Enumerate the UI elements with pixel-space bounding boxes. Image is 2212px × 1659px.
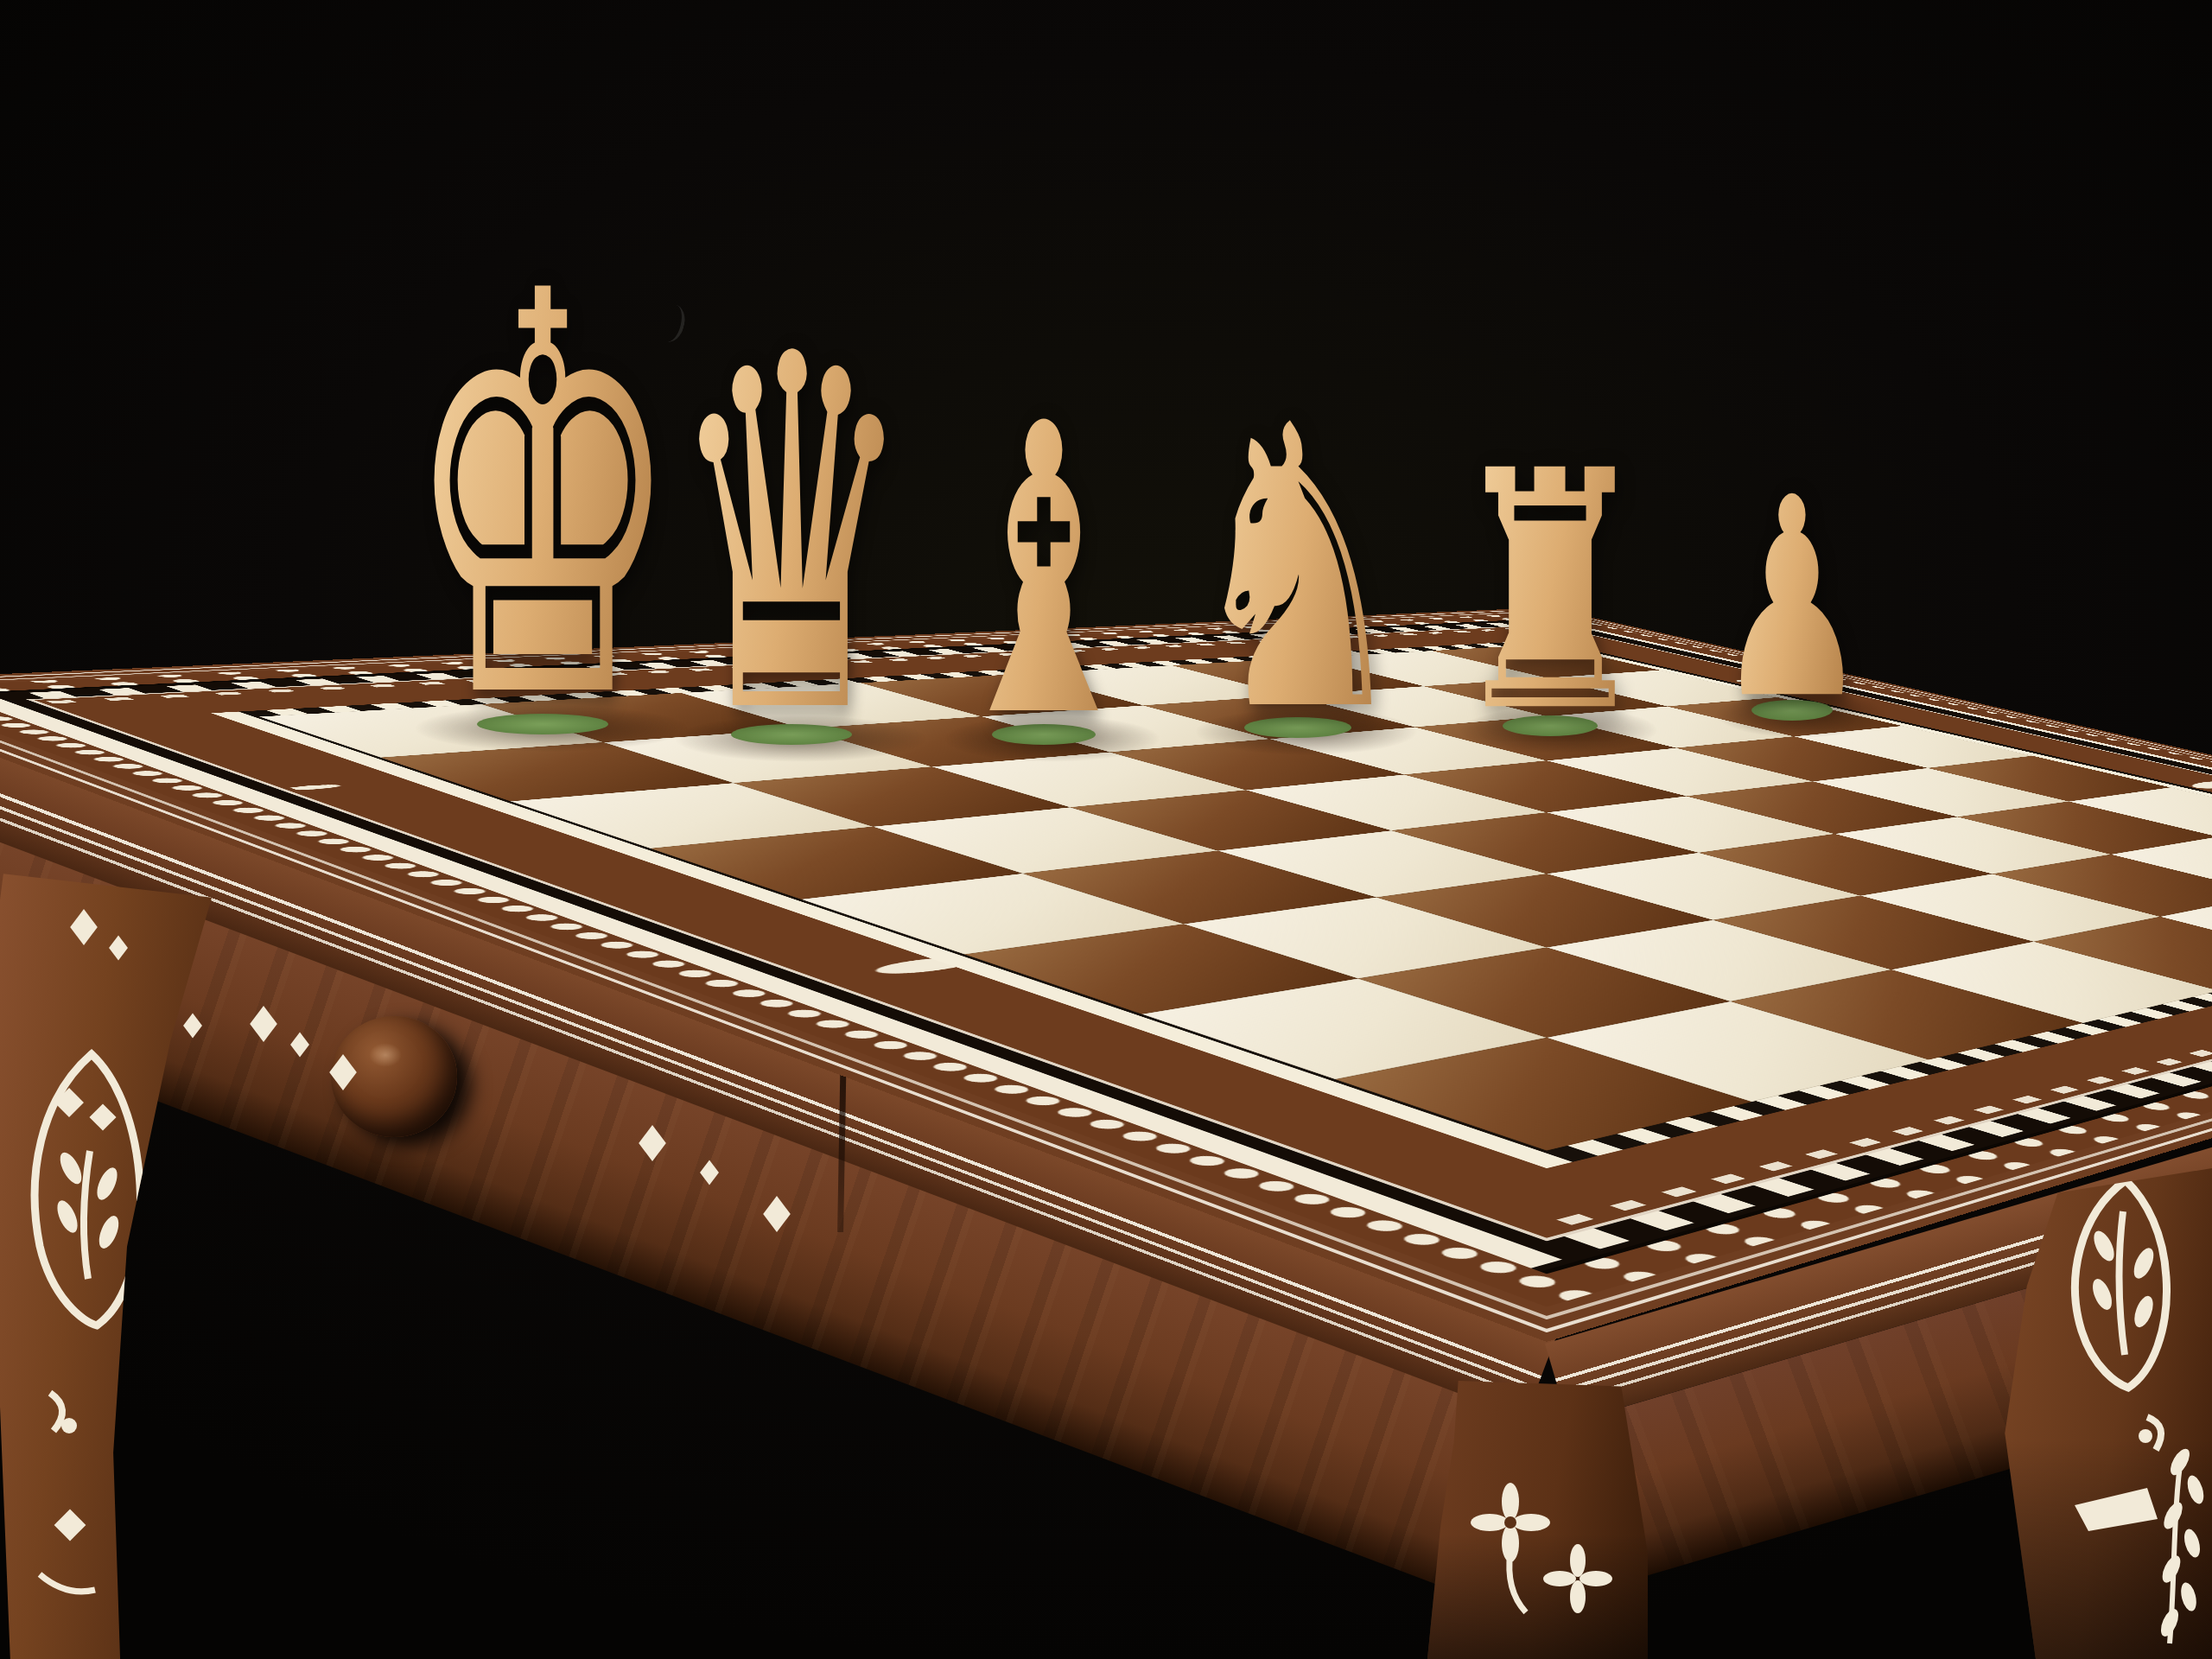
leaf-and-vine-inlay <box>2044 1177 2208 1659</box>
leaf-inlay <box>14 1047 169 1332</box>
diamond-inlay <box>70 909 98 945</box>
diamond-inlay <box>109 935 128 960</box>
white-king[interactable]: ♚ <box>404 272 681 726</box>
white-knight[interactable]: ♞ <box>1183 410 1413 729</box>
table-leg-left <box>0 866 219 1659</box>
white-queen[interactable]: ♛ <box>669 336 914 736</box>
flower-inlay <box>1459 1450 1623 1640</box>
white-bishop[interactable]: ♝ <box>940 409 1147 736</box>
white-rook[interactable]: ♜ <box>1447 458 1653 728</box>
table-leg-front <box>1427 1381 1648 1659</box>
studio-background: ♚♛♝♞♜♟ <box>0 0 2212 1659</box>
leg-accent-inlay <box>24 1384 128 1609</box>
white-pawn[interactable]: ♟ <box>1716 486 1869 712</box>
